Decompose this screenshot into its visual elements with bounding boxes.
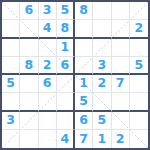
cell-digit: 5 xyxy=(135,59,144,72)
cell-r4c4[interactable]: 6 xyxy=(57,57,75,75)
cell-r5c1[interactable]: 5 xyxy=(2,75,20,93)
cell-digit: 1 xyxy=(61,41,70,54)
cell-digit: 5 xyxy=(6,77,15,90)
cell-r2c4[interactable]: 8 xyxy=(57,20,75,38)
cell-r6c1[interactable] xyxy=(2,93,20,111)
cell-r6c7[interactable] xyxy=(112,93,130,111)
cell-r2c1[interactable] xyxy=(2,20,20,38)
cell-r1c4[interactable]: 5 xyxy=(57,2,75,20)
cell-r2c6[interactable] xyxy=(93,20,111,38)
cell-r5c2[interactable] xyxy=(20,75,38,93)
cell-digit: 2 xyxy=(135,22,144,35)
cell-r3c8[interactable] xyxy=(130,39,148,57)
cell-r4c1[interactable] xyxy=(2,57,20,75)
cell-digit: 3 xyxy=(43,4,52,17)
cell-r8c8[interactable] xyxy=(130,130,148,148)
cell-digit: 7 xyxy=(116,77,125,90)
cell-r6c6[interactable] xyxy=(93,93,111,111)
cell-r8c4[interactable]: 4 xyxy=(57,130,75,148)
cell-r5c4[interactable] xyxy=(57,75,75,93)
cell-digit: 5 xyxy=(98,114,107,127)
cell-r6c4[interactable] xyxy=(57,93,75,111)
cell-digit: 1 xyxy=(98,133,107,146)
cell-r4c8[interactable]: 5 xyxy=(130,57,148,75)
cell-r4c2[interactable]: 8 xyxy=(20,57,38,75)
sudoku-grid: 63584821826355612753654712 xyxy=(2,2,148,148)
cell-r1c1[interactable] xyxy=(2,2,20,20)
cell-r7c2[interactable] xyxy=(20,112,38,130)
cell-r4c5[interactable] xyxy=(75,57,93,75)
cell-r5c3[interactable]: 6 xyxy=(39,75,57,93)
cell-r7c8[interactable] xyxy=(130,112,148,130)
cell-digit: 7 xyxy=(79,133,88,146)
cell-r7c7[interactable] xyxy=(112,112,130,130)
cell-r3c7[interactable] xyxy=(112,39,130,57)
cell-r7c3[interactable] xyxy=(39,112,57,130)
cell-r1c6[interactable] xyxy=(93,2,111,20)
cell-r1c7[interactable] xyxy=(112,2,130,20)
sudoku-board: 63584821826355612753654712 xyxy=(0,0,150,150)
cell-digit: 2 xyxy=(43,59,52,72)
cell-r6c8[interactable] xyxy=(130,93,148,111)
cell-r5c8[interactable] xyxy=(130,75,148,93)
cell-r8c5[interactable]: 7 xyxy=(75,130,93,148)
cell-r7c5[interactable]: 6 xyxy=(75,112,93,130)
cell-r3c4[interactable]: 1 xyxy=(57,39,75,57)
cell-r3c6[interactable] xyxy=(93,39,111,57)
cell-r7c6[interactable]: 5 xyxy=(93,112,111,130)
cell-r2c5[interactable] xyxy=(75,20,93,38)
cell-digit: 2 xyxy=(98,77,107,90)
cell-r6c5[interactable]: 5 xyxy=(75,93,93,111)
cell-r5c5[interactable]: 1 xyxy=(75,75,93,93)
cell-digit: 2 xyxy=(116,133,125,146)
cell-digit: 3 xyxy=(98,59,107,72)
cell-r4c6[interactable]: 3 xyxy=(93,57,111,75)
cell-r1c5[interactable]: 8 xyxy=(75,2,93,20)
cell-r7c1[interactable]: 3 xyxy=(2,112,20,130)
cell-r8c6[interactable]: 1 xyxy=(93,130,111,148)
cell-r2c2[interactable] xyxy=(20,20,38,38)
cell-r3c2[interactable] xyxy=(20,39,38,57)
cell-digit: 8 xyxy=(61,22,70,35)
cell-r4c7[interactable] xyxy=(112,57,130,75)
cell-digit: 4 xyxy=(61,133,70,146)
cell-digit: 6 xyxy=(61,59,70,72)
cell-r8c3[interactable] xyxy=(39,130,57,148)
cell-r3c5[interactable] xyxy=(75,39,93,57)
cell-digit: 6 xyxy=(79,114,88,127)
cell-r3c1[interactable] xyxy=(2,39,20,57)
cell-r8c7[interactable]: 2 xyxy=(112,130,130,148)
cell-r4c3[interactable]: 2 xyxy=(39,57,57,75)
cell-r5c6[interactable]: 2 xyxy=(93,75,111,93)
cell-digit: 8 xyxy=(79,4,88,17)
cell-r7c4[interactable] xyxy=(57,112,75,130)
cell-digit: 1 xyxy=(79,77,88,90)
cell-digit: 3 xyxy=(6,114,15,127)
cell-r8c1[interactable] xyxy=(2,130,20,148)
cell-r5c7[interactable]: 7 xyxy=(112,75,130,93)
cell-digit: 6 xyxy=(25,4,34,17)
cell-r1c8[interactable] xyxy=(130,2,148,20)
cell-r6c2[interactable] xyxy=(20,93,38,111)
cell-r3c3[interactable] xyxy=(39,39,57,57)
cell-r6c3[interactable] xyxy=(39,93,57,111)
cell-digit: 5 xyxy=(79,95,88,108)
cell-digit: 6 xyxy=(43,77,52,90)
cell-r2c8[interactable]: 2 xyxy=(130,20,148,38)
cell-digit: 4 xyxy=(43,22,52,35)
cell-r2c3[interactable]: 4 xyxy=(39,20,57,38)
cell-digit: 5 xyxy=(61,4,70,17)
cell-digit: 8 xyxy=(25,59,34,72)
cell-r1c3[interactable]: 3 xyxy=(39,2,57,20)
cell-r1c2[interactable]: 6 xyxy=(20,2,38,20)
cell-r2c7[interactable] xyxy=(112,20,130,38)
cell-r8c2[interactable] xyxy=(20,130,38,148)
